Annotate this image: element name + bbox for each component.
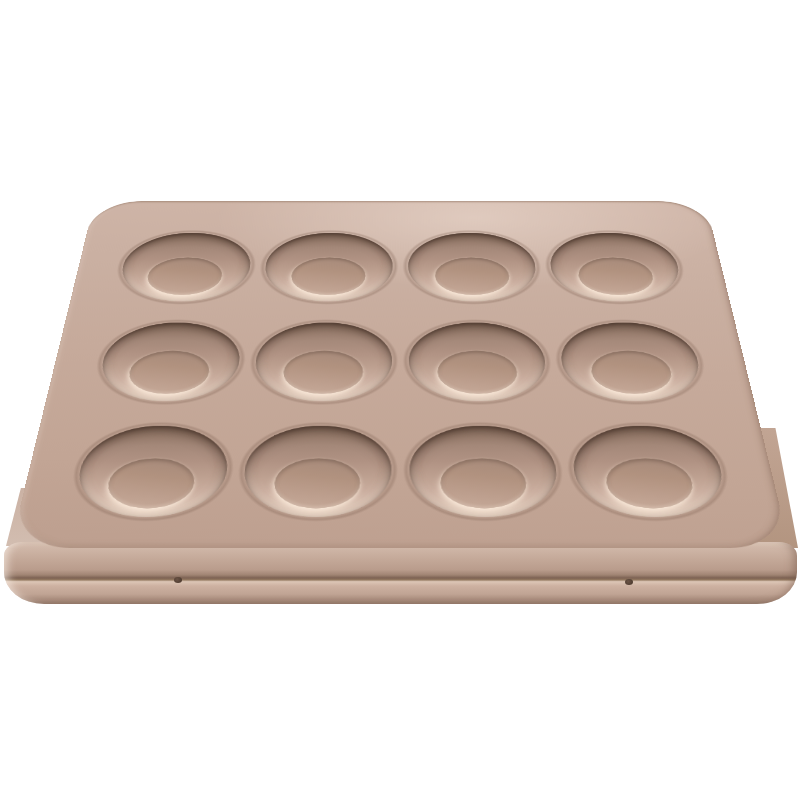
muffin-cup [232,421,397,521]
rivet-hole [625,579,633,585]
muffin-cup-cavity [251,323,391,402]
muffin-cup-cavity [94,323,243,402]
muffin-cup-floor [439,458,527,508]
muffin-cup [245,319,398,405]
muffin-cup-floor [588,351,674,394]
muffin-cup [541,230,692,305]
muffin-cup-floor [290,258,366,296]
muffin-cup [402,421,567,521]
muffin-cup-floor [603,458,697,508]
muffin-cup [62,421,238,521]
photo-canvas [0,0,800,800]
muffin-cup [402,230,545,305]
muffin-cup [255,230,398,305]
muffin-cup [562,421,738,521]
muffin-cup-cavity [240,426,392,517]
rivet-hole [174,577,182,583]
muffin-cup-floor [272,458,360,508]
muffin-cup-floor [144,258,224,296]
muffin-cup [87,319,249,405]
muffin-cup-floor [434,258,510,296]
pan-top-surface [10,201,790,548]
muffin-cup-cavity [262,233,393,302]
muffin-cup [109,230,260,305]
muffin-cup-floor [576,258,656,296]
muffin-cup-cavity [408,323,548,402]
muffin-cup-cavity [115,233,253,302]
muffin-cup-floor [125,351,211,394]
muffin-cup-floor [437,351,519,394]
muffin-pan [0,0,800,800]
muffin-cup [550,319,712,405]
muffin-cup-floor [103,458,197,508]
muffin-cup-cavity [569,426,730,517]
pan-base-rim [4,542,797,604]
muffin-cup-cavity [409,426,561,517]
muffin-cup-cavity [70,426,231,517]
muffin-cup-cavity [557,323,706,402]
cup-grid [10,201,790,548]
muffin-cup [402,319,555,405]
muffin-cup-floor [281,351,363,394]
muffin-cup-cavity [547,233,685,302]
muffin-cup-cavity [408,233,539,302]
